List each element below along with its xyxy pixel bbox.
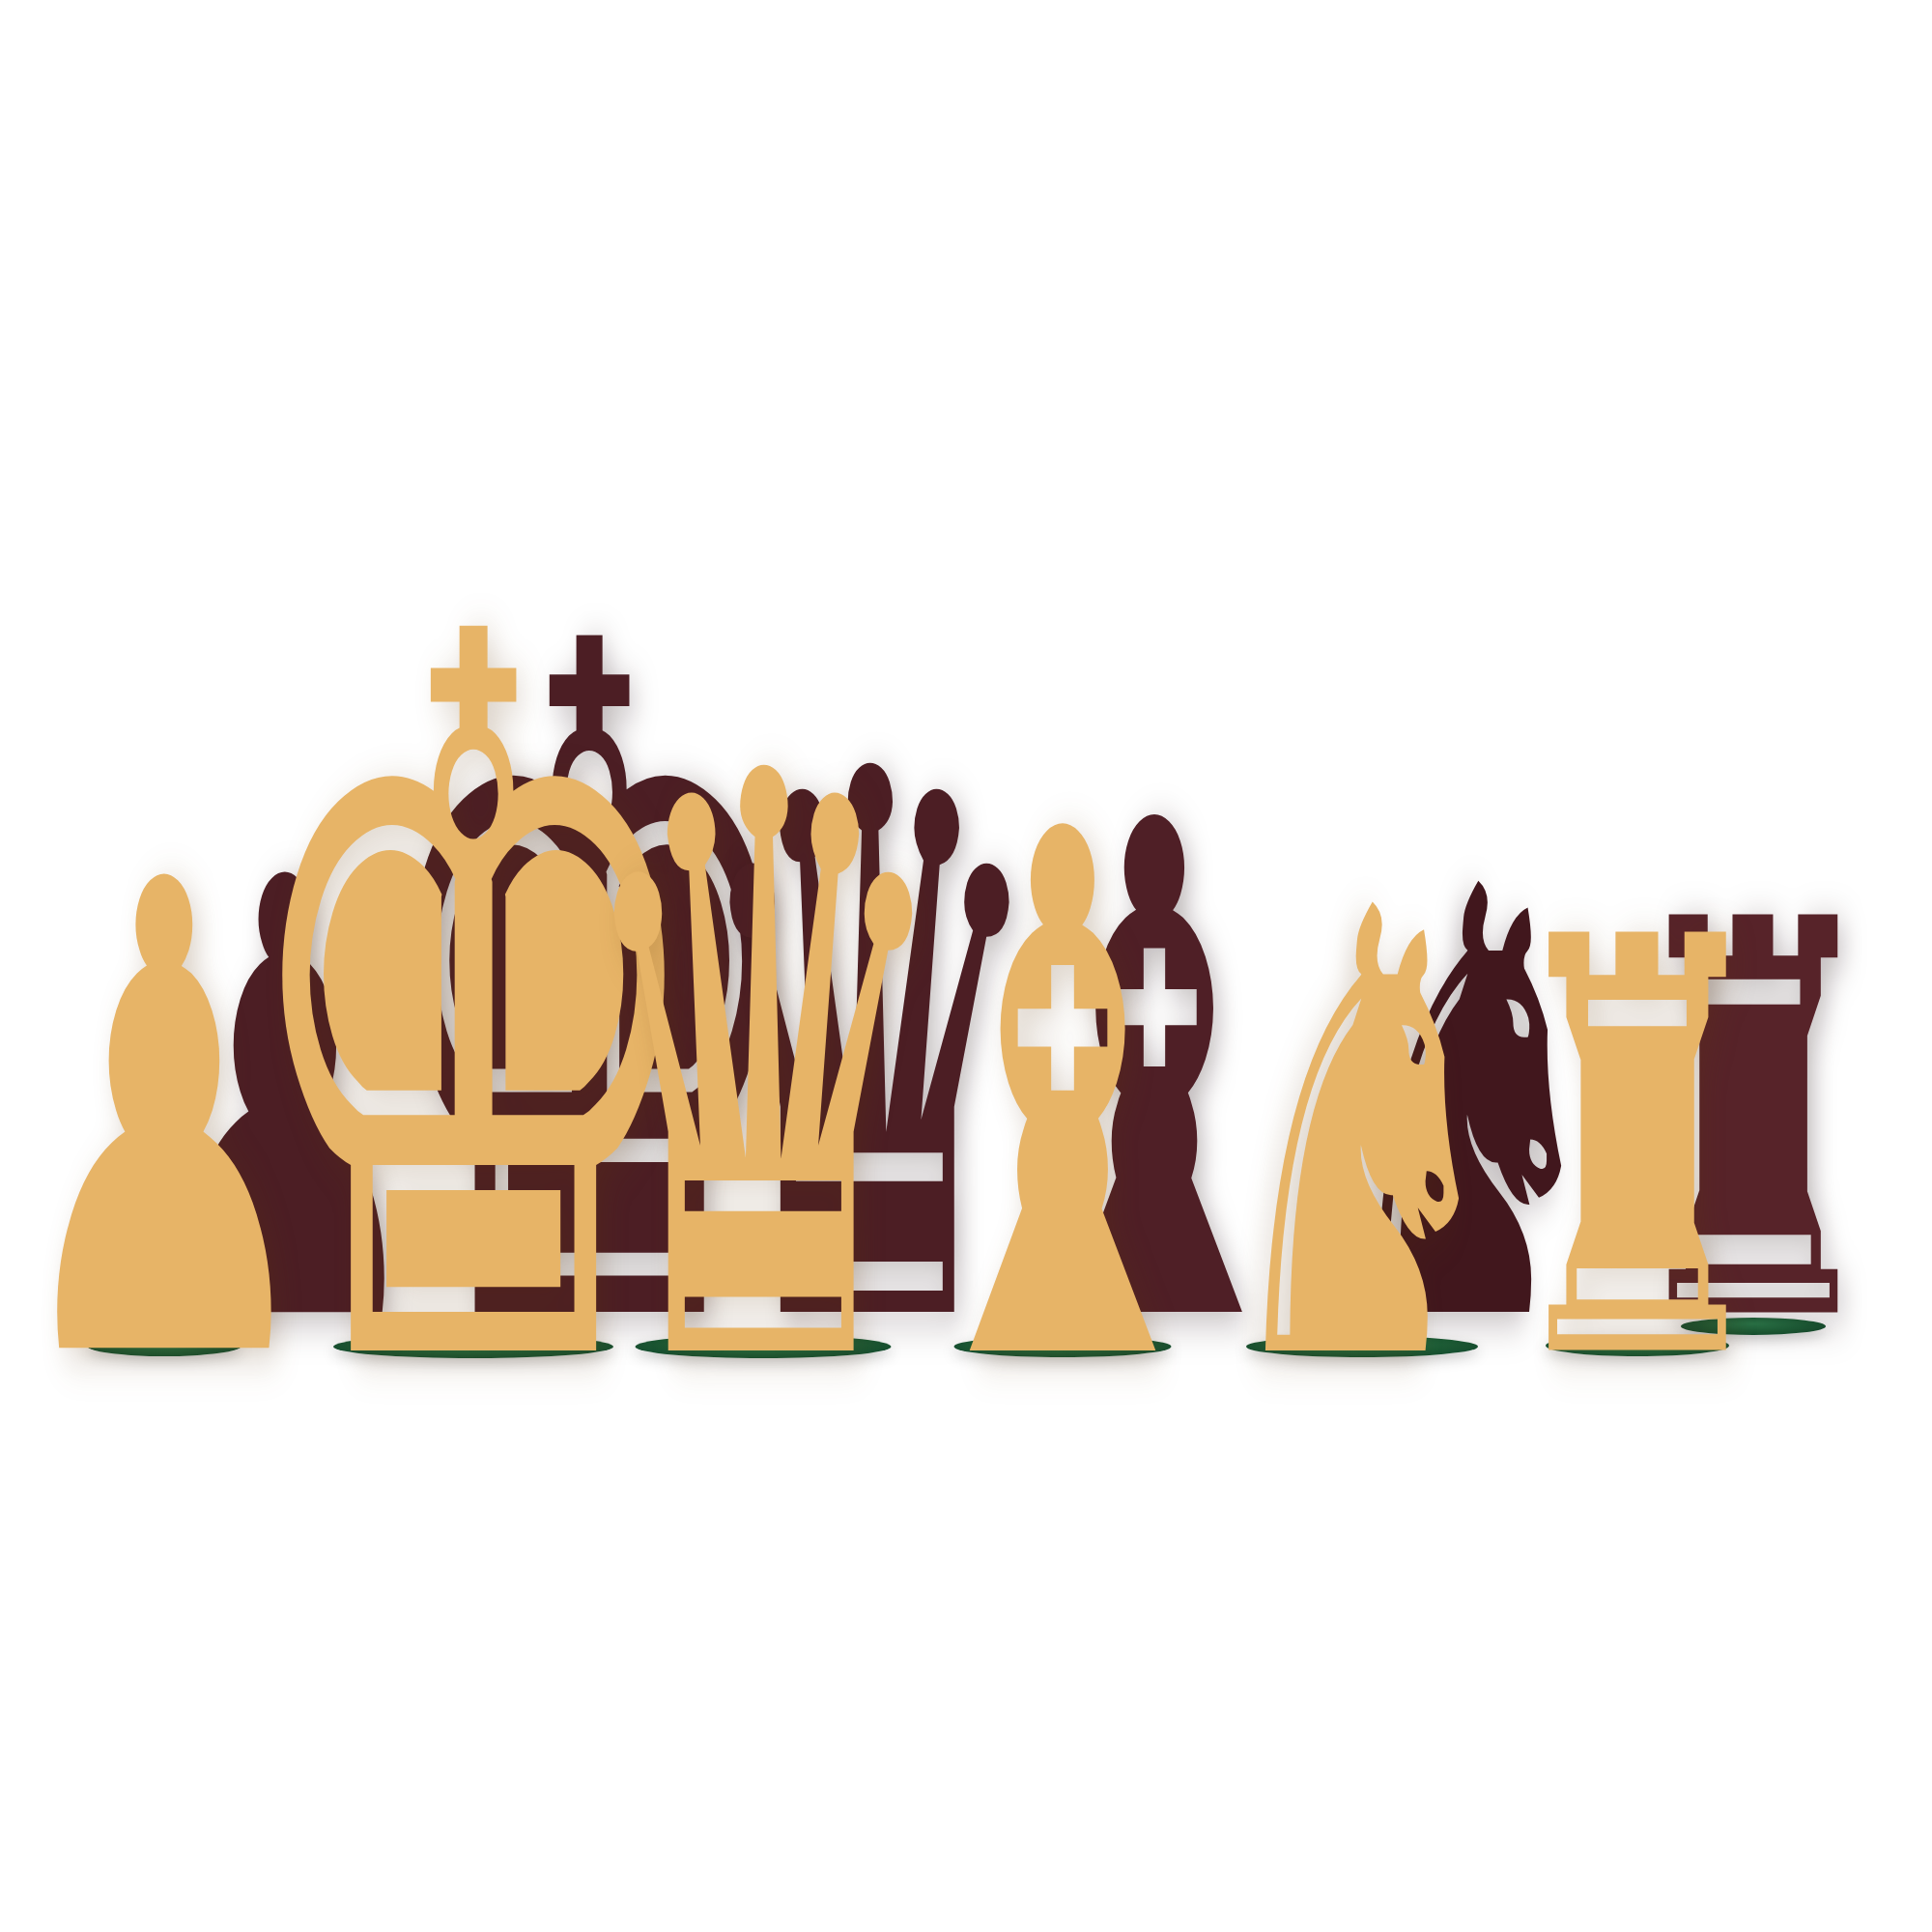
white-knight-piece: ♞ [1210, 831, 1514, 1445]
white-rook-piece: ♜ [1496, 866, 1778, 1438]
white-bishop-piece: ♝ [885, 740, 1240, 1462]
product-photo-stage: ♟ ♚ ♛ ♝ ♞ ♜ ♟ ♚ ♛ ♝ ♞ ♜ [0, 0, 1932, 1932]
